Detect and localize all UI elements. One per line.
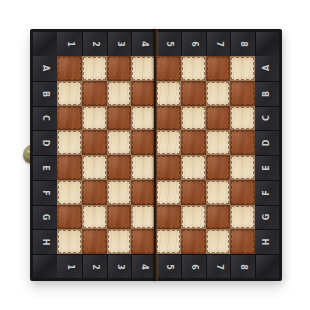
frame-corner-bottom-left — [33, 254, 57, 278]
square-C1[interactable] — [57, 106, 82, 131]
frame-corner-top-right — [255, 32, 279, 56]
coord-label-top-8: 8 — [230, 32, 255, 56]
square-E7[interactable] — [206, 155, 231, 180]
square-E8[interactable] — [230, 155, 255, 180]
square-C8[interactable] — [230, 106, 255, 131]
square-B3[interactable] — [107, 81, 132, 106]
square-C7[interactable] — [206, 106, 231, 131]
coord-label-text: 4 — [140, 41, 148, 47]
coord-label-right-B: B — [255, 81, 279, 106]
coord-label-text: E — [263, 165, 271, 170]
square-C3[interactable] — [107, 106, 132, 131]
square-E2[interactable] — [82, 155, 107, 180]
square-F6[interactable] — [181, 180, 206, 205]
square-B6[interactable] — [181, 81, 206, 106]
square-H4[interactable] — [131, 229, 156, 254]
square-H2[interactable] — [82, 229, 107, 254]
square-G3[interactable] — [107, 205, 132, 230]
square-E4[interactable] — [131, 155, 156, 180]
square-F8[interactable] — [230, 180, 255, 205]
coord-label-bottom-4: 4 — [131, 254, 156, 278]
square-D8[interactable] — [230, 130, 255, 155]
coord-label-left-G: G — [33, 205, 57, 230]
coord-label-left-A: A — [33, 56, 57, 81]
coord-label-text: C — [41, 115, 49, 121]
square-A6[interactable] — [181, 56, 206, 81]
square-F4[interactable] — [131, 180, 156, 205]
square-C5[interactable] — [156, 106, 181, 131]
coord-label-text: H — [41, 239, 49, 246]
product-photo: 12345678AABBCCDDEEFFGGHH12345678 — [0, 0, 310, 310]
coord-label-text: 6 — [190, 41, 198, 47]
square-B2[interactable] — [82, 81, 107, 106]
coord-label-left-H: H — [33, 229, 57, 254]
coord-label-left-B: B — [33, 81, 57, 106]
square-G6[interactable] — [181, 205, 206, 230]
coord-label-text: G — [41, 214, 49, 221]
coord-label-bottom-3: 3 — [107, 254, 132, 278]
coord-label-top-3: 3 — [107, 32, 132, 56]
coord-label-right-C: C — [255, 106, 279, 131]
square-F2[interactable] — [82, 180, 107, 205]
chessboard: 12345678AABBCCDDEEFFGGHH12345678 — [30, 29, 282, 281]
coord-label-top-1: 1 — [57, 32, 82, 56]
coord-label-bottom-5: 5 — [156, 254, 181, 278]
square-F3[interactable] — [107, 180, 132, 205]
coord-label-text: B — [41, 91, 49, 97]
coord-label-top-2: 2 — [82, 32, 107, 56]
coord-label-text: 5 — [165, 41, 173, 47]
square-A2[interactable] — [82, 56, 107, 81]
square-B8[interactable] — [230, 81, 255, 106]
square-D5[interactable] — [156, 130, 181, 155]
coord-label-right-D: D — [255, 130, 279, 155]
coord-label-text: 3 — [115, 41, 123, 47]
coord-label-top-7: 7 — [206, 32, 231, 56]
square-D6[interactable] — [181, 130, 206, 155]
coord-label-bottom-8: 8 — [230, 254, 255, 278]
square-F5[interactable] — [156, 180, 181, 205]
frame-corner-bottom-right — [255, 254, 279, 278]
square-A5[interactable] — [156, 56, 181, 81]
coord-label-text: 4 — [140, 264, 148, 270]
coord-label-text: 7 — [214, 41, 222, 47]
coord-label-bottom-2: 2 — [82, 254, 107, 278]
coord-label-text: D — [263, 140, 271, 147]
square-F1[interactable] — [57, 180, 82, 205]
square-C4[interactable] — [131, 106, 156, 131]
square-G5[interactable] — [156, 205, 181, 230]
coord-label-right-A: A — [255, 56, 279, 81]
square-B7[interactable] — [206, 81, 231, 106]
coord-label-bottom-6: 6 — [181, 254, 206, 278]
square-C2[interactable] — [82, 106, 107, 131]
coord-label-text: 7 — [214, 264, 222, 270]
square-E6[interactable] — [181, 155, 206, 180]
frame-corner-top-left — [33, 32, 57, 56]
square-G4[interactable] — [131, 205, 156, 230]
coord-label-top-5: 5 — [156, 32, 181, 56]
square-A1[interactable] — [57, 56, 82, 81]
coord-label-text: 1 — [65, 264, 73, 270]
coord-label-text: 5 — [165, 264, 173, 270]
coord-label-text: C — [263, 115, 271, 121]
square-D1[interactable] — [57, 130, 82, 155]
square-A8[interactable] — [230, 56, 255, 81]
coord-label-left-E: E — [33, 155, 57, 180]
coord-label-text: H — [263, 239, 271, 246]
square-F7[interactable] — [206, 180, 231, 205]
coord-label-text: 8 — [239, 41, 247, 47]
square-H7[interactable] — [206, 229, 231, 254]
square-B1[interactable] — [57, 81, 82, 106]
coord-label-right-G: G — [255, 205, 279, 230]
square-G8[interactable] — [230, 205, 255, 230]
coord-label-text: 8 — [239, 264, 247, 270]
coord-label-text: F — [263, 190, 271, 195]
coord-label-bottom-1: 1 — [57, 254, 82, 278]
square-E5[interactable] — [156, 155, 181, 180]
coord-label-right-H: H — [255, 229, 279, 254]
coord-label-text: 1 — [65, 41, 73, 47]
coord-label-bottom-7: 7 — [206, 254, 231, 278]
square-A3[interactable] — [107, 56, 132, 81]
square-D3[interactable] — [107, 130, 132, 155]
square-A4[interactable] — [131, 56, 156, 81]
square-A7[interactable] — [206, 56, 231, 81]
square-H5[interactable] — [156, 229, 181, 254]
square-G7[interactable] — [206, 205, 231, 230]
coord-label-text: A — [263, 65, 271, 71]
square-D7[interactable] — [206, 130, 231, 155]
coord-label-text: E — [41, 165, 49, 170]
square-C6[interactable] — [181, 106, 206, 131]
coord-label-text: G — [263, 214, 271, 221]
coord-label-text: 6 — [190, 264, 198, 270]
coord-label-top-6: 6 — [181, 32, 206, 56]
square-H8[interactable] — [230, 229, 255, 254]
coord-label-left-F: F — [33, 180, 57, 205]
square-G1[interactable] — [57, 205, 82, 230]
square-H6[interactable] — [181, 229, 206, 254]
coord-label-text: F — [41, 190, 49, 195]
coord-label-text: B — [263, 91, 271, 97]
coord-label-left-D: D — [33, 130, 57, 155]
square-E1[interactable] — [57, 155, 82, 180]
square-H3[interactable] — [107, 229, 132, 254]
square-H1[interactable] — [57, 229, 82, 254]
coord-label-text: A — [41, 65, 49, 71]
coord-label-right-E: E — [255, 155, 279, 180]
square-B4[interactable] — [131, 81, 156, 106]
coord-label-text: 2 — [91, 41, 99, 47]
square-E3[interactable] — [107, 155, 132, 180]
square-G2[interactable] — [82, 205, 107, 230]
coord-label-right-F: F — [255, 180, 279, 205]
square-D4[interactable] — [131, 130, 156, 155]
square-D2[interactable] — [82, 130, 107, 155]
coord-label-text: 2 — [91, 264, 99, 270]
coord-label-text: D — [41, 140, 49, 147]
coord-label-text: 3 — [115, 264, 123, 270]
coord-label-left-C: C — [33, 106, 57, 131]
coord-label-top-4: 4 — [131, 32, 156, 56]
square-B5[interactable] — [156, 81, 181, 106]
